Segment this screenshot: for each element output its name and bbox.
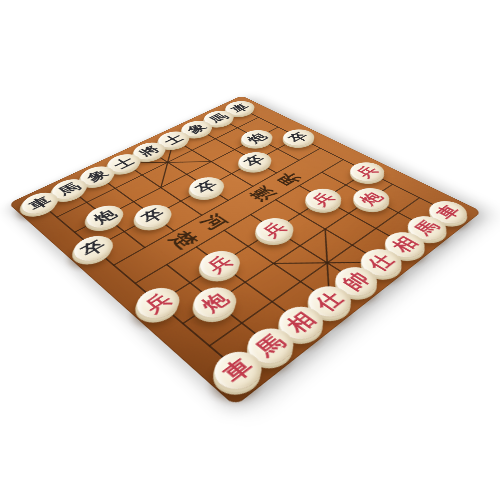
photo-scene: 楚河 漢界 車馬象士將士象馬車炮炮卒卒卒卒卒兵兵兵兵兵炮炮車馬相仕帥仕相馬車 [0, 0, 500, 500]
xiangqi-mat: 楚河 漢界 車馬象士將士象馬車炮炮卒卒卒卒卒兵兵兵兵兵炮炮車馬相仕帥仕相馬車 [8, 96, 482, 407]
